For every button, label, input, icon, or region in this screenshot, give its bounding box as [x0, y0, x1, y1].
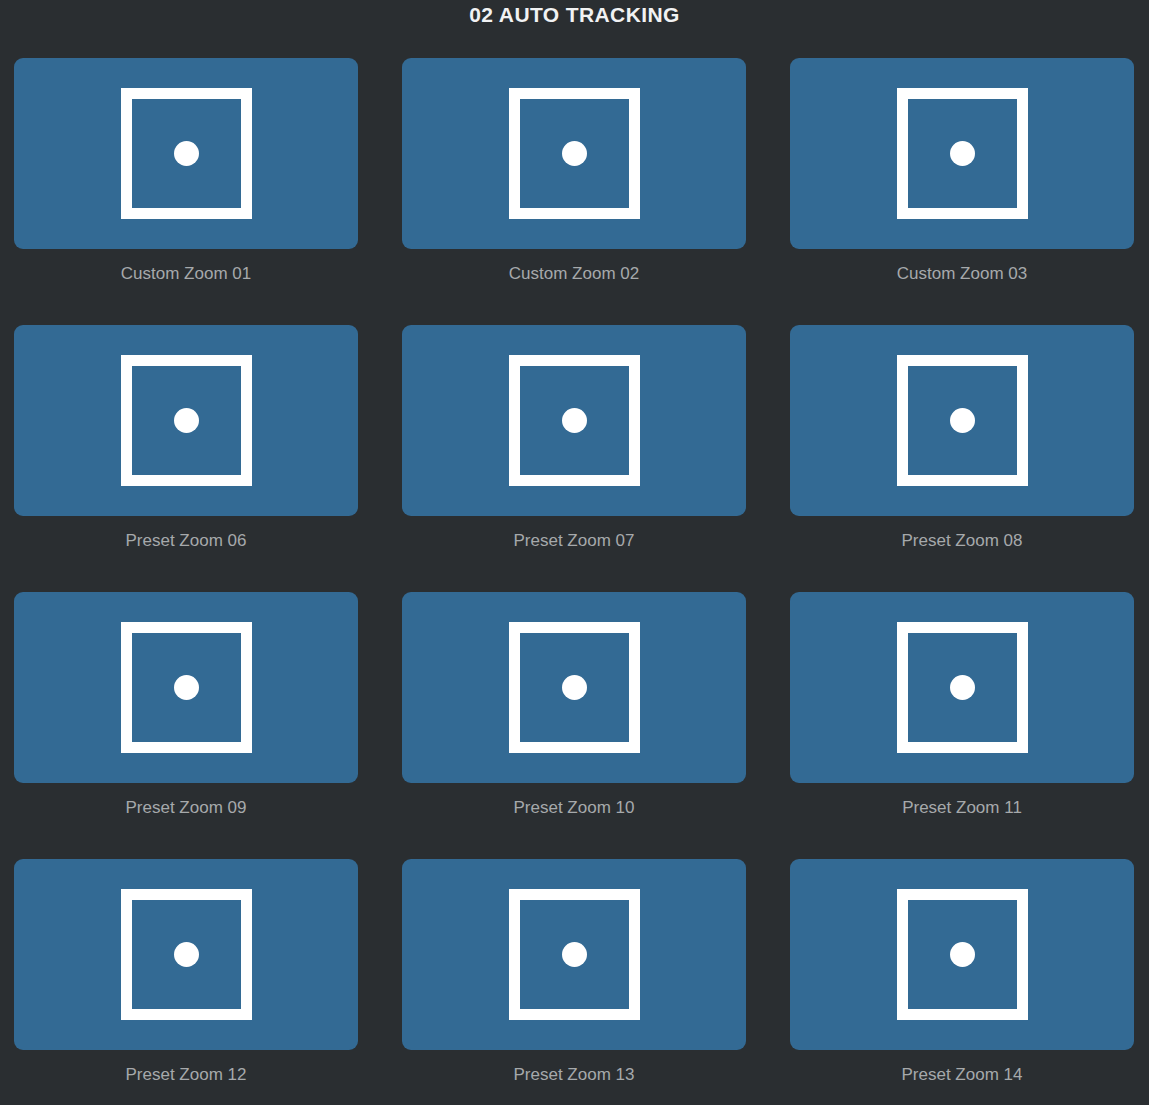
center-dot-icon	[562, 675, 587, 700]
tile-custom-zoom-03[interactable]	[790, 58, 1134, 249]
frame-center-dot-icon	[121, 889, 252, 1020]
tile-preset-zoom-14[interactable]	[790, 859, 1134, 1050]
tile-preset-zoom-06[interactable]	[14, 325, 358, 516]
frame-center-dot-icon	[509, 88, 640, 219]
center-dot-icon	[174, 675, 199, 700]
preset-label: Preset Zoom 10	[402, 797, 746, 819]
preset-label: Custom Zoom 03	[790, 263, 1134, 285]
tile-custom-zoom-01[interactable]	[14, 58, 358, 249]
center-dot-icon	[950, 675, 975, 700]
center-dot-icon	[174, 408, 199, 433]
preset-label: Preset Zoom 06	[14, 530, 358, 552]
page-title: 02 AUTO TRACKING	[0, 3, 1149, 27]
preset-cell-preset-zoom-09: Preset Zoom 09	[14, 592, 358, 819]
preset-cell-preset-zoom-11: Preset Zoom 11	[790, 592, 1134, 819]
frame-center-dot-icon	[121, 88, 252, 219]
center-dot-icon	[950, 408, 975, 433]
preset-label: Preset Zoom 11	[790, 797, 1134, 819]
tile-preset-zoom-13[interactable]	[402, 859, 746, 1050]
center-dot-icon	[562, 141, 587, 166]
preset-cell-preset-zoom-07: Preset Zoom 07	[402, 325, 746, 552]
preset-cell-preset-zoom-08: Preset Zoom 08	[790, 325, 1134, 552]
preset-label: Preset Zoom 12	[14, 1064, 358, 1086]
preset-cell-preset-zoom-13: Preset Zoom 13	[402, 859, 746, 1086]
tile-preset-zoom-11[interactable]	[790, 592, 1134, 783]
tile-preset-zoom-08[interactable]	[790, 325, 1134, 516]
center-dot-icon	[950, 942, 975, 967]
center-dot-icon	[174, 942, 199, 967]
frame-center-dot-icon	[897, 88, 1028, 219]
center-dot-icon	[950, 141, 975, 166]
tile-preset-zoom-09[interactable]	[14, 592, 358, 783]
frame-center-dot-icon	[509, 622, 640, 753]
frame-center-dot-icon	[121, 355, 252, 486]
frame-center-dot-icon	[897, 889, 1028, 1020]
center-dot-icon	[562, 408, 587, 433]
preset-label: Preset Zoom 14	[790, 1064, 1134, 1086]
preset-cell-preset-zoom-10: Preset Zoom 10	[402, 592, 746, 819]
center-dot-icon	[174, 141, 199, 166]
tile-preset-zoom-07[interactable]	[402, 325, 746, 516]
preset-cell-preset-zoom-12: Preset Zoom 12	[14, 859, 358, 1086]
center-dot-icon	[562, 942, 587, 967]
frame-center-dot-icon	[897, 622, 1028, 753]
preset-cell-preset-zoom-14: Preset Zoom 14	[790, 859, 1134, 1086]
preset-label: Preset Zoom 07	[402, 530, 746, 552]
preset-grid: Custom Zoom 01 Custom Zoom 02 Custom Zoo…	[0, 58, 1149, 1086]
tile-preset-zoom-12[interactable]	[14, 859, 358, 1050]
preset-cell-custom-zoom-03: Custom Zoom 03	[790, 58, 1134, 285]
frame-center-dot-icon	[121, 622, 252, 753]
preset-label: Preset Zoom 13	[402, 1064, 746, 1086]
frame-center-dot-icon	[509, 889, 640, 1020]
preset-cell-custom-zoom-02: Custom Zoom 02	[402, 58, 746, 285]
frame-center-dot-icon	[509, 355, 640, 486]
preset-cell-custom-zoom-01: Custom Zoom 01	[14, 58, 358, 285]
preset-label: Preset Zoom 09	[14, 797, 358, 819]
preset-label: Custom Zoom 02	[402, 263, 746, 285]
page-header: 02 AUTO TRACKING	[0, 0, 1149, 27]
preset-label: Preset Zoom 08	[790, 530, 1134, 552]
tile-custom-zoom-02[interactable]	[402, 58, 746, 249]
preset-label: Custom Zoom 01	[14, 263, 358, 285]
frame-center-dot-icon	[897, 355, 1028, 486]
preset-cell-preset-zoom-06: Preset Zoom 06	[14, 325, 358, 552]
tile-preset-zoom-10[interactable]	[402, 592, 746, 783]
